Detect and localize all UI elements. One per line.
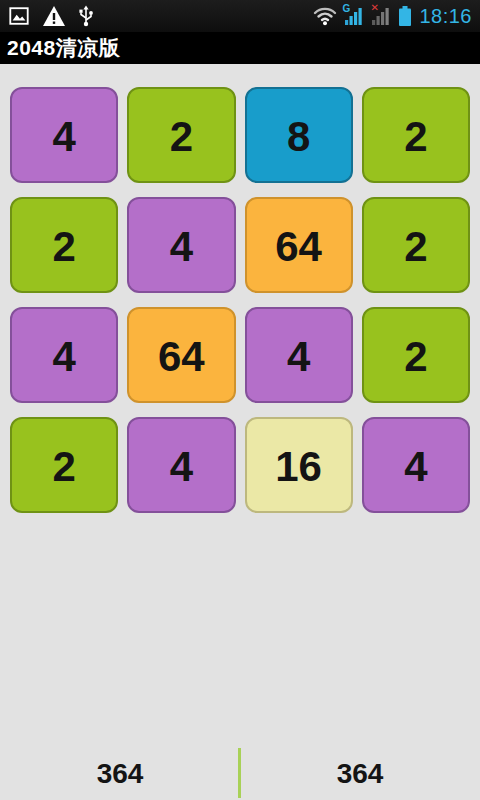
tile-r2c4-value-2: 2 <box>362 197 470 293</box>
status-bar-clock: 18:16 <box>419 0 472 32</box>
status-bar-left <box>8 5 94 27</box>
tile-r2c2-value-4: 4 <box>127 197 235 293</box>
tile-number: 16 <box>275 443 322 491</box>
tile-number: 2 <box>52 223 75 271</box>
tile-r2c3-value-64: 64 <box>245 197 353 293</box>
tile-number: 2 <box>52 443 75 491</box>
signal-g-icon: G <box>344 6 364 26</box>
tile-r1c3-value-8: 8 <box>245 87 353 183</box>
tile-r4c1-value-2: 2 <box>10 417 118 513</box>
tile-number: 4 <box>52 333 75 381</box>
tile-number: 2 <box>170 113 193 161</box>
warning-icon <box>42 5 66 27</box>
score-bar: 364 364 <box>0 748 480 800</box>
network-type-label: G <box>342 4 350 14</box>
tile-number: 2 <box>404 223 427 271</box>
status-bar-right: G ✕ <box>313 0 472 32</box>
tile-r3c4-value-2: 2 <box>362 307 470 403</box>
tile-number: 4 <box>170 443 193 491</box>
tile-r1c4-value-2: 2 <box>362 87 470 183</box>
battery-icon <box>398 5 412 27</box>
tile-number: 2 <box>404 333 427 381</box>
tile-number: 64 <box>158 333 205 381</box>
tile-r3c1-value-4: 4 <box>10 307 118 403</box>
tile-number: 4 <box>170 223 193 271</box>
tile-r2c1-value-2: 2 <box>10 197 118 293</box>
usb-icon <box>78 5 94 27</box>
nosim-x-mark: ✕ <box>370 3 378 13</box>
tile-number: 8 <box>287 113 310 161</box>
gallery-icon <box>8 5 30 27</box>
score-right: 364 <box>240 758 480 790</box>
tile-r1c1-value-4: 4 <box>10 87 118 183</box>
signal-nosim-icon: ✕ <box>371 6 391 26</box>
tile-number: 4 <box>52 113 75 161</box>
board[interactable]: 4282246424644224164 <box>0 64 480 513</box>
tile-r4c3-value-16: 16 <box>245 417 353 513</box>
status-bar: G ✕ <box>0 0 480 32</box>
title-bar: 2048清凉版 <box>0 32 480 64</box>
tile-r4c4-value-4: 4 <box>362 417 470 513</box>
tile-number: 4 <box>287 333 310 381</box>
score-left: 364 <box>0 758 240 790</box>
app-title: 2048清凉版 <box>7 34 120 62</box>
screen: G ✕ <box>0 0 480 800</box>
tile-number: 2 <box>404 113 427 161</box>
wifi-icon <box>313 6 337 26</box>
tile-r1c2-value-2: 2 <box>127 87 235 183</box>
tile-number: 4 <box>404 443 427 491</box>
score-divider <box>238 748 241 798</box>
tile-r4c2-value-4: 4 <box>127 417 235 513</box>
tile-number: 64 <box>275 223 322 271</box>
tile-r3c3-value-4: 4 <box>245 307 353 403</box>
tile-r3c2-value-64: 64 <box>127 307 235 403</box>
